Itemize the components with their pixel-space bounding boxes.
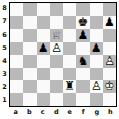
- square-h2[interactable]: ♚♔: [103, 80, 116, 93]
- black-king-piece[interactable]: ♚: [76, 16, 89, 29]
- square-d2[interactable]: [50, 80, 63, 93]
- square-g1[interactable]: [90, 93, 103, 106]
- file-label-g: g: [90, 107, 104, 118]
- square-a7[interactable]: [10, 16, 23, 29]
- queen-outline-glyph: ♕: [50, 29, 63, 42]
- file-label-a: a: [9, 107, 23, 118]
- square-g8[interactable]: [90, 3, 103, 16]
- square-e4[interactable]: [63, 55, 76, 68]
- square-h6[interactable]: [103, 29, 116, 42]
- square-g7[interactable]: [90, 16, 103, 29]
- rank-label-8: 8: [0, 2, 9, 15]
- square-a1[interactable]: [10, 93, 23, 106]
- square-h1[interactable]: [103, 93, 116, 106]
- rank-labels: 87654321: [0, 2, 9, 107]
- square-f7[interactable]: ♚: [76, 16, 89, 29]
- square-b4[interactable]: [23, 55, 36, 68]
- square-a4[interactable]: [10, 55, 23, 68]
- white-pawn-piece[interactable]: ♟♙: [103, 55, 116, 68]
- square-f2[interactable]: [76, 80, 89, 93]
- square-c2[interactable]: [37, 80, 50, 93]
- square-c4[interactable]: [37, 55, 50, 68]
- square-c5[interactable]: ♟: [37, 42, 50, 55]
- rank-label-3: 3: [0, 68, 9, 81]
- square-g6[interactable]: [90, 29, 103, 42]
- square-d5[interactable]: ♟♙: [50, 42, 63, 55]
- white-king-piece[interactable]: ♚♔: [103, 80, 116, 93]
- square-h4[interactable]: ♟♙: [103, 55, 116, 68]
- square-e2[interactable]: ♜: [63, 80, 76, 93]
- chess-board[interactable]: ♚♟♛♕♟♟♟♙♟♞♟♙♜♟♙♚♔: [9, 2, 117, 107]
- pawn-outline-glyph: ♙: [103, 55, 116, 68]
- square-h7[interactable]: ♟: [103, 16, 116, 29]
- square-b3[interactable]: [23, 68, 36, 81]
- black-pawn-piece[interactable]: ♟: [103, 16, 116, 29]
- square-a6[interactable]: [10, 29, 23, 42]
- square-f3[interactable]: [76, 68, 89, 81]
- square-g5[interactable]: ♟: [90, 42, 103, 55]
- file-label-d: d: [50, 107, 64, 118]
- square-e7[interactable]: [63, 16, 76, 29]
- pawn-outline-glyph: ♙: [50, 42, 63, 55]
- black-pawn-piece[interactable]: ♟: [90, 42, 103, 55]
- white-pawn-piece[interactable]: ♟♙: [50, 42, 63, 55]
- square-f6[interactable]: ♟: [76, 29, 89, 42]
- chess-diagram: 87654321 ♚♟♛♕♟♟♟♙♟♞♟♙♜♟♙♚♔ abcdefgh: [0, 0, 119, 119]
- file-label-h: h: [104, 107, 118, 118]
- square-b2[interactable]: [23, 80, 36, 93]
- rank-label-5: 5: [0, 41, 9, 54]
- square-c1[interactable]: [37, 93, 50, 106]
- square-d6[interactable]: ♛♕: [50, 29, 63, 42]
- square-g4[interactable]: [90, 55, 103, 68]
- square-b1[interactable]: [23, 93, 36, 106]
- square-h5[interactable]: [103, 42, 116, 55]
- square-b6[interactable]: [23, 29, 36, 42]
- square-b7[interactable]: [23, 16, 36, 29]
- square-c3[interactable]: [37, 68, 50, 81]
- file-label-e: e: [63, 107, 77, 118]
- white-queen-piece[interactable]: ♛♕: [50, 29, 63, 42]
- square-c8[interactable]: [37, 3, 50, 16]
- square-e6[interactable]: [63, 29, 76, 42]
- rank-label-6: 6: [0, 28, 9, 41]
- square-a5[interactable]: [10, 42, 23, 55]
- rank-label-2: 2: [0, 81, 9, 94]
- rank-label-7: 7: [0, 15, 9, 28]
- square-d8[interactable]: [50, 3, 63, 16]
- square-e5[interactable]: [63, 42, 76, 55]
- square-a3[interactable]: [10, 68, 23, 81]
- square-g2[interactable]: ♟♙: [90, 80, 103, 93]
- black-pawn-piece[interactable]: ♟: [37, 42, 50, 55]
- black-pawn-piece[interactable]: ♟: [76, 29, 89, 42]
- square-a8[interactable]: [10, 3, 23, 16]
- white-pawn-piece[interactable]: ♟♙: [90, 80, 103, 93]
- square-a2[interactable]: [10, 80, 23, 93]
- file-label-b: b: [23, 107, 37, 118]
- square-c6[interactable]: [37, 29, 50, 42]
- file-labels: abcdefgh: [9, 107, 117, 118]
- square-d1[interactable]: [50, 93, 63, 106]
- file-label-f: f: [77, 107, 91, 118]
- square-f8[interactable]: [76, 3, 89, 16]
- square-b5[interactable]: [23, 42, 36, 55]
- square-h8[interactable]: [103, 3, 116, 16]
- square-f4[interactable]: ♞: [76, 55, 89, 68]
- square-f1[interactable]: [76, 93, 89, 106]
- square-e1[interactable]: [63, 93, 76, 106]
- square-f5[interactable]: [76, 42, 89, 55]
- square-e8[interactable]: [63, 3, 76, 16]
- pawn-outline-glyph: ♙: [90, 80, 103, 93]
- square-d3[interactable]: [50, 68, 63, 81]
- file-label-c: c: [36, 107, 50, 118]
- king-outline-glyph: ♔: [103, 80, 116, 93]
- square-b8[interactable]: [23, 3, 36, 16]
- square-d4[interactable]: [50, 55, 63, 68]
- black-rook-piece[interactable]: ♜: [63, 80, 76, 93]
- black-knight-piece[interactable]: ♞: [76, 55, 89, 68]
- rank-label-4: 4: [0, 55, 9, 68]
- rank-label-1: 1: [0, 94, 9, 107]
- square-d7[interactable]: [50, 16, 63, 29]
- square-c7[interactable]: [37, 16, 50, 29]
